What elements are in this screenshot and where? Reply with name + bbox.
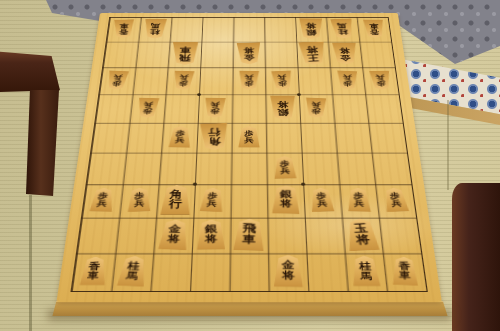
board-perspective-wrap: 香車桂馬銀将桂馬香車飛車金将王将金将歩兵歩兵歩兵歩兵歩兵歩兵歩兵歩兵銀将歩兵歩兵… [0,0,500,331]
piece-kanji: 兵 [244,74,253,80]
piece-kanji: 桂 [150,29,160,35]
piece-sente-knight[interactable]: 桂馬 [116,255,150,286]
shogi-grid: 香車桂馬銀将桂馬香車飛車金将王将金将歩兵歩兵歩兵歩兵歩兵歩兵歩兵歩兵銀将歩兵歩兵… [70,17,427,292]
piece-kanji: 将 [279,200,291,210]
star-point [197,93,201,96]
piece-kanji: 兵 [207,200,218,208]
piece-kanji: 馬 [337,22,347,28]
piece-gote-lance[interactable]: 香車 [362,20,386,38]
piece-kanji: 兵 [179,74,189,80]
piece-gote-pawn[interactable]: 歩兵 [203,97,226,117]
piece-kanji: 兵 [375,74,385,80]
piece-kanji: 車 [179,46,191,54]
piece-sente-pawn[interactable]: 歩兵 [167,126,192,148]
piece-sente-knight[interactable]: 桂馬 [350,256,382,286]
piece-gote-lance[interactable]: 香車 [113,19,135,38]
piece-kanji: 将 [277,100,288,108]
piece-gote-silver[interactable]: 銀将 [298,18,324,39]
piece-gote-pawn[interactable]: 歩兵 [105,70,131,90]
piece-kanji: 将 [281,271,294,282]
piece-gote-pawn[interactable]: 歩兵 [270,70,294,90]
piece-gote-pawn[interactable]: 歩兵 [336,70,358,90]
piece-kanji: 兵 [134,200,144,208]
piece-kanji: 車 [87,271,99,280]
piece-kanji: 馬 [125,270,138,280]
piece-kanji: 兵 [317,200,328,208]
piece-sente-rook[interactable]: 飛車 [232,218,266,251]
shogi-board: 香車桂馬銀将桂馬香車飛車金将王将金将歩兵歩兵歩兵歩兵歩兵歩兵歩兵歩兵銀将歩兵歩兵… [56,13,442,302]
piece-sente-gold[interactable]: 金将 [272,255,304,287]
piece-sente-pawn[interactable]: 歩兵 [346,188,372,212]
piece-kanji: 車 [242,234,256,245]
piece-kanji: 将 [306,22,317,29]
piece-gote-pawn[interactable]: 歩兵 [238,70,260,89]
piece-kanji: 車 [369,23,379,29]
piece-kanji: 兵 [143,101,153,108]
piece-gote-bishop[interactable]: 角行 [199,123,230,151]
piece-gote-knight[interactable]: 桂馬 [329,19,356,39]
piece-sente-pawn[interactable]: 歩兵 [381,188,410,213]
piece-sente-pawn[interactable]: 歩兵 [309,188,336,212]
piece-gote-silver[interactable]: 銀将 [269,95,297,119]
piece-kanji: 香 [369,29,379,35]
piece-gote-gold[interactable]: 金将 [236,43,263,65]
piece-kanji: 将 [306,46,319,54]
piece-gote-king[interactable]: 王将 [298,42,329,66]
piece-kanji: 車 [120,23,129,29]
piece-kanji: 兵 [244,137,254,144]
piece-kanji: 兵 [390,200,402,208]
piece-sente-pawn[interactable]: 歩兵 [127,188,152,213]
star-point [297,93,301,96]
piece-gote-pawn[interactable]: 歩兵 [368,70,393,89]
star-point [193,183,197,186]
piece-kanji: 兵 [97,200,108,208]
piece-kanji: 兵 [211,101,221,108]
piece-kanji: 飛 [179,53,191,61]
piece-sente-pawn[interactable]: 歩兵 [237,126,260,147]
piece-gote-pawn[interactable]: 歩兵 [171,70,195,90]
piece-kanji: 行 [208,127,221,136]
piece-kanji: 香 [119,29,128,35]
piece-kanji: 兵 [354,200,365,208]
piece-kanji: 兵 [277,74,287,80]
piece-kanji: 将 [166,234,180,244]
piece-sente-gold[interactable]: 金将 [156,219,190,250]
piece-kanji: 行 [169,200,183,210]
piece-kanji: 兵 [113,74,123,80]
piece-gote-rook[interactable]: 飛車 [171,42,200,65]
piece-sente-king[interactable]: 玉将 [343,218,381,251]
photo-scene: 香車桂馬銀将桂馬香車飛車金将王将金将歩兵歩兵歩兵歩兵歩兵歩兵歩兵歩兵銀将歩兵歩兵… [0,0,500,331]
piece-kanji: 兵 [174,137,184,144]
piece-kanji: 将 [243,46,254,53]
piece-kanji: 将 [339,47,350,54]
piece-kanji: 歩 [210,108,220,115]
piece-sente-silver[interactable]: 銀将 [196,219,227,250]
piece-kanji: 将 [205,234,218,244]
star-point [301,183,305,186]
piece-sente-pawn[interactable]: 歩兵 [89,188,117,212]
piece-kanji: 兵 [280,167,290,174]
piece-kanji: 兵 [312,101,321,108]
piece-sente-lance[interactable]: 香車 [390,256,419,286]
piece-gote-knight[interactable]: 桂馬 [143,19,168,39]
piece-gote-pawn[interactable]: 歩兵 [305,97,328,118]
piece-sente-silver[interactable]: 銀将 [270,185,300,214]
piece-kanji: 馬 [360,271,373,281]
piece-kanji: 馬 [151,23,161,29]
piece-sente-pawn[interactable]: 歩兵 [272,156,297,179]
piece-sente-bishop[interactable]: 角行 [159,185,193,215]
piece-kanji: 桂 [338,29,349,36]
piece-kanji: 車 [399,271,411,281]
piece-kanji: 金 [340,54,351,61]
piece-kanji: 兵 [343,74,352,80]
piece-gote-pawn[interactable]: 歩兵 [135,97,160,118]
piece-sente-pawn[interactable]: 歩兵 [199,188,226,213]
piece-sente-lance[interactable]: 香車 [79,257,109,286]
piece-kanji: 将 [355,234,370,245]
piece-gote-gold[interactable]: 金将 [331,43,359,65]
